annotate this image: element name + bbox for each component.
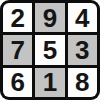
cell-r2c1: 7 xyxy=(3,35,32,64)
cell-r2c2: 5 xyxy=(35,35,64,64)
cell-r3c1: 6 xyxy=(3,68,32,97)
cell-digit: 2 xyxy=(10,5,24,31)
magic-square-board[interactable]: 2 9 4 7 5 3 6 1 8 xyxy=(0,0,100,100)
cell-digit: 9 xyxy=(43,5,57,31)
cell-r1c1: 2 xyxy=(3,3,32,32)
cell-digit: 8 xyxy=(75,69,89,95)
icon-stage: 2 9 4 7 5 3 6 1 8 xyxy=(0,0,100,100)
cell-digit: 3 xyxy=(75,37,89,63)
cell-digit: 7 xyxy=(10,37,24,63)
cell-r2c3: 3 xyxy=(68,35,97,64)
cell-r3c3: 8 xyxy=(68,68,97,97)
cell-digit: 6 xyxy=(10,69,24,95)
cell-digit: 5 xyxy=(43,37,57,63)
cell-r1c2: 9 xyxy=(35,3,64,32)
cell-r1c3: 4 xyxy=(68,3,97,32)
cell-r3c2: 1 xyxy=(35,68,64,97)
cell-digit: 4 xyxy=(75,5,89,31)
cell-digit: 1 xyxy=(43,69,57,95)
